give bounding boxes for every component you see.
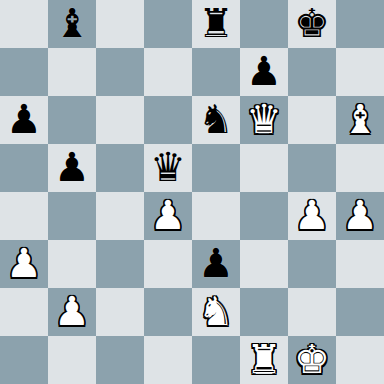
piece-black-pawn[interactable]: ♟ xyxy=(54,147,90,187)
square-c4[interactable] xyxy=(96,192,144,240)
square-c1[interactable] xyxy=(96,336,144,384)
square-h2[interactable] xyxy=(336,288,384,336)
square-b6[interactable] xyxy=(48,96,96,144)
square-e6[interactable]: ♞ xyxy=(192,96,240,144)
square-f5[interactable] xyxy=(240,144,288,192)
square-c7[interactable] xyxy=(96,48,144,96)
piece-black-king[interactable]: ♚ xyxy=(294,3,330,43)
square-e3[interactable]: ♟ xyxy=(192,240,240,288)
square-g4[interactable]: ♟ xyxy=(288,192,336,240)
square-h4[interactable]: ♟ xyxy=(336,192,384,240)
square-g3[interactable] xyxy=(288,240,336,288)
square-b3[interactable] xyxy=(48,240,96,288)
square-g7[interactable] xyxy=(288,48,336,96)
piece-white-king[interactable]: ♚ xyxy=(294,339,330,379)
square-h3[interactable] xyxy=(336,240,384,288)
piece-white-rook[interactable]: ♜ xyxy=(246,339,282,379)
square-d5[interactable]: ♛ xyxy=(144,144,192,192)
piece-black-knight[interactable]: ♞ xyxy=(198,99,234,139)
square-h8[interactable] xyxy=(336,0,384,48)
square-b8[interactable]: ♝ xyxy=(48,0,96,48)
piece-white-pawn[interactable]: ♟ xyxy=(342,195,378,235)
square-e5[interactable] xyxy=(192,144,240,192)
chess-board: ♝♜♚♟♟♞♛♝♟♛♟♟♟♟♟♟♞♜♚ xyxy=(0,0,384,384)
square-g2[interactable] xyxy=(288,288,336,336)
square-h6[interactable]: ♝ xyxy=(336,96,384,144)
piece-white-knight[interactable]: ♞ xyxy=(198,291,234,331)
piece-white-pawn[interactable]: ♟ xyxy=(294,195,330,235)
square-f2[interactable] xyxy=(240,288,288,336)
piece-white-pawn[interactable]: ♟ xyxy=(6,243,42,283)
piece-black-queen[interactable]: ♛ xyxy=(150,147,186,187)
square-g5[interactable] xyxy=(288,144,336,192)
square-a2[interactable] xyxy=(0,288,48,336)
square-d6[interactable] xyxy=(144,96,192,144)
piece-white-pawn[interactable]: ♟ xyxy=(54,291,90,331)
square-g1[interactable]: ♚ xyxy=(288,336,336,384)
square-h1[interactable] xyxy=(336,336,384,384)
square-c3[interactable] xyxy=(96,240,144,288)
square-f6[interactable]: ♛ xyxy=(240,96,288,144)
square-a6[interactable]: ♟ xyxy=(0,96,48,144)
square-b1[interactable] xyxy=(48,336,96,384)
square-f1[interactable]: ♜ xyxy=(240,336,288,384)
piece-black-bishop[interactable]: ♝ xyxy=(54,3,90,43)
square-h7[interactable] xyxy=(336,48,384,96)
square-g6[interactable] xyxy=(288,96,336,144)
piece-black-pawn[interactable]: ♟ xyxy=(198,243,234,283)
square-a1[interactable] xyxy=(0,336,48,384)
square-f8[interactable] xyxy=(240,0,288,48)
square-b5[interactable]: ♟ xyxy=(48,144,96,192)
square-d7[interactable] xyxy=(144,48,192,96)
square-d8[interactable] xyxy=(144,0,192,48)
square-b2[interactable]: ♟ xyxy=(48,288,96,336)
square-e1[interactable] xyxy=(192,336,240,384)
piece-white-pawn[interactable]: ♟ xyxy=(150,195,186,235)
piece-white-bishop[interactable]: ♝ xyxy=(342,99,378,139)
square-e7[interactable] xyxy=(192,48,240,96)
piece-white-queen[interactable]: ♛ xyxy=(246,99,282,139)
piece-black-rook[interactable]: ♜ xyxy=(198,3,234,43)
square-e8[interactable]: ♜ xyxy=(192,0,240,48)
square-a8[interactable] xyxy=(0,0,48,48)
square-a7[interactable] xyxy=(0,48,48,96)
square-a3[interactable]: ♟ xyxy=(0,240,48,288)
piece-black-pawn[interactable]: ♟ xyxy=(6,99,42,139)
square-h5[interactable] xyxy=(336,144,384,192)
square-c5[interactable] xyxy=(96,144,144,192)
square-f7[interactable]: ♟ xyxy=(240,48,288,96)
square-e4[interactable] xyxy=(192,192,240,240)
square-b7[interactable] xyxy=(48,48,96,96)
square-c6[interactable] xyxy=(96,96,144,144)
square-f4[interactable] xyxy=(240,192,288,240)
square-g8[interactable]: ♚ xyxy=(288,0,336,48)
square-c8[interactable] xyxy=(96,0,144,48)
square-b4[interactable] xyxy=(48,192,96,240)
square-a5[interactable] xyxy=(0,144,48,192)
square-d2[interactable] xyxy=(144,288,192,336)
piece-black-pawn[interactable]: ♟ xyxy=(246,51,282,91)
square-f3[interactable] xyxy=(240,240,288,288)
square-e2[interactable]: ♞ xyxy=(192,288,240,336)
square-d3[interactable] xyxy=(144,240,192,288)
square-a4[interactable] xyxy=(0,192,48,240)
square-d4[interactable]: ♟ xyxy=(144,192,192,240)
square-d1[interactable] xyxy=(144,336,192,384)
square-c2[interactable] xyxy=(96,288,144,336)
